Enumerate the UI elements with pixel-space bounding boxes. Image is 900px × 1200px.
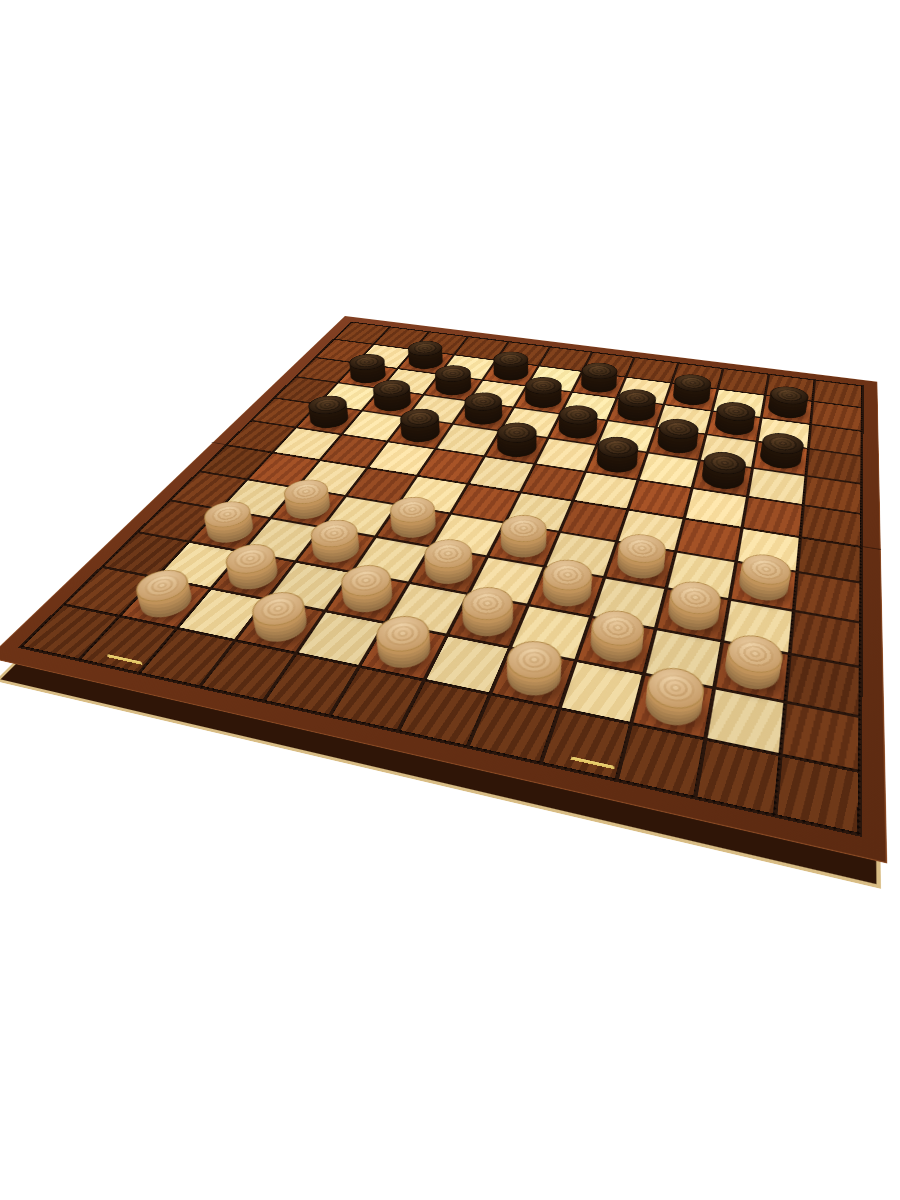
dark-piece[interactable] [694,461,751,495]
photo-canvas [0,0,900,1200]
frame-tile [792,612,859,665]
board-square[interactable] [607,543,674,587]
frame-tile [619,726,703,796]
light-piece[interactable] [607,543,674,587]
frame-tile [778,757,858,832]
board-square[interactable] [658,590,728,640]
frame-tile [543,711,628,778]
light-piece[interactable] [489,524,558,566]
board-square[interactable] [489,524,558,566]
draughts-board [18,321,864,837]
frame-tile [802,506,860,545]
board-square[interactable] [694,461,751,495]
board-square[interactable] [731,563,796,609]
board-square[interactable] [630,481,690,518]
board-square[interactable] [707,689,784,753]
board-square[interactable] [575,473,636,509]
frame-tile [470,696,557,761]
light-piece[interactable] [658,590,728,640]
frame-tile [805,477,860,513]
light-piece[interactable] [731,563,796,609]
frame-tile [697,741,779,813]
board-square[interactable] [686,489,746,526]
